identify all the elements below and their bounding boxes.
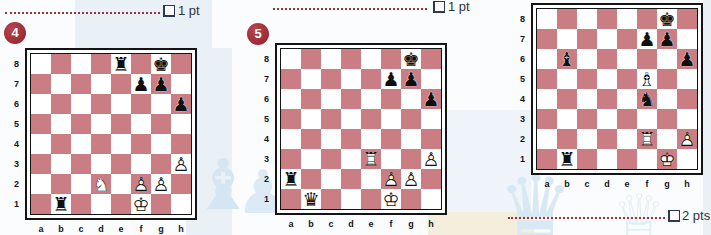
white-rook-piece: ♜♖ [637, 129, 657, 149]
square-f6 [637, 49, 657, 69]
square-b5 [301, 109, 321, 129]
board-frame: ♚♟♟♟♜♖♟♙♜♟♙♟♙♛♚♔ [275, 43, 447, 215]
board-grid: ♚♟♟♝♟♝♗♞♜♖♟♙♜♚♔ [536, 8, 698, 170]
points-checkbox [163, 5, 175, 17]
square-c8 [577, 9, 597, 29]
square-b8 [301, 49, 321, 69]
rank-labels: 87654321 [257, 49, 275, 209]
square-g7: ♟ [657, 29, 677, 49]
piece-outline: ♙ [381, 169, 401, 189]
square-b3 [51, 154, 71, 174]
rank-label-8: 8 [7, 54, 25, 74]
square-h7 [421, 69, 441, 89]
square-a8 [31, 54, 51, 74]
square-e5 [361, 109, 381, 129]
square-e1 [617, 149, 637, 169]
square-a4 [31, 134, 51, 154]
rank-label-6: 6 [257, 89, 275, 109]
square-e7 [361, 69, 381, 89]
square-h3: ♟♙ [171, 154, 191, 174]
square-e5 [111, 114, 131, 134]
white-pawn-piece: ♟♙ [401, 169, 421, 189]
square-g7: ♟ [401, 69, 421, 89]
square-d5 [597, 69, 617, 89]
points-label: 2 pts [682, 208, 710, 223]
rank-label-4: 4 [7, 134, 25, 154]
square-f2: ♟♙ [131, 174, 151, 194]
points-checkbox [668, 210, 680, 222]
square-e8 [617, 9, 637, 29]
square-f5 [381, 109, 401, 129]
square-e6 [617, 49, 637, 69]
square-h1 [171, 194, 191, 214]
rank-label-1: 1 [7, 194, 25, 214]
white-pawn-piece: ♟♙ [151, 174, 171, 194]
square-d8 [597, 9, 617, 29]
square-c3 [321, 149, 341, 169]
rank-label-8: 8 [513, 9, 531, 29]
white-king-piece: ♚♔ [657, 149, 677, 169]
black-king-piece: ♚ [401, 49, 421, 69]
square-a7 [31, 74, 51, 94]
file-label-d: d [91, 224, 111, 234]
square-a8 [537, 9, 557, 29]
piece-outline: ♖ [361, 149, 381, 169]
file-label-h: h [171, 224, 191, 234]
square-e1 [111, 194, 131, 214]
square-g4 [657, 89, 677, 109]
square-a6 [31, 94, 51, 114]
black-rook-piece: ♜ [51, 194, 71, 214]
square-g8: ♚ [151, 54, 171, 74]
square-g6 [151, 94, 171, 114]
rank-label-8: 8 [257, 49, 275, 69]
white-pawn-piece: ♟♙ [381, 169, 401, 189]
square-d1 [91, 194, 111, 214]
square-c1 [321, 189, 341, 209]
square-b5 [557, 69, 577, 89]
square-b7 [557, 29, 577, 49]
square-f1: ♚♔ [381, 189, 401, 209]
square-b4 [301, 129, 321, 149]
square-d1 [341, 189, 361, 209]
square-h2 [421, 169, 441, 189]
white-king-piece: ♚♔ [381, 189, 401, 209]
piece-outline: ♙ [421, 149, 441, 169]
file-label-e: e [617, 179, 637, 189]
square-h4 [421, 129, 441, 149]
file-labels: abcdefgh [31, 224, 191, 234]
square-b4 [557, 89, 577, 109]
board-grid: ♚♟♟♟♜♖♟♙♜♟♙♟♙♛♚♔ [280, 48, 442, 210]
rank-label-4: 4 [513, 89, 531, 109]
square-g3 [657, 109, 677, 129]
square-d2 [341, 169, 361, 189]
rank-label-1: 1 [257, 189, 275, 209]
square-d6 [91, 94, 111, 114]
rank-label-5: 5 [513, 69, 531, 89]
square-h1 [421, 189, 441, 209]
file-label-g: g [657, 179, 677, 189]
square-a5 [31, 114, 51, 134]
dotted-answer-line [273, 8, 427, 10]
piece-outline: ♙ [677, 129, 697, 149]
square-c3 [71, 154, 91, 174]
square-d7 [91, 74, 111, 94]
square-a5 [537, 69, 557, 89]
file-label-b: b [51, 224, 71, 234]
square-e2 [617, 129, 637, 149]
piece-outline: ♗ [637, 69, 657, 89]
square-g2: ♟♙ [151, 174, 171, 194]
square-c8 [71, 54, 91, 74]
square-d5 [91, 114, 111, 134]
file-label-f: f [637, 179, 657, 189]
board-grid: ♜♚♟♟♟♟♙♞♘♟♙♟♙♜♚♔ [30, 53, 192, 215]
square-b6 [301, 89, 321, 109]
square-g1 [401, 189, 421, 209]
square-c4 [577, 89, 597, 109]
black-pawn-piece: ♟ [677, 49, 697, 69]
black-pawn-piece: ♟ [151, 74, 171, 94]
square-b6 [51, 94, 71, 114]
square-h7 [677, 29, 697, 49]
rank-label-4: 4 [257, 129, 275, 149]
square-e8: ♜ [111, 54, 131, 74]
square-g2 [657, 129, 677, 149]
square-c7 [71, 74, 91, 94]
square-h3 [677, 109, 697, 129]
square-g5 [401, 109, 421, 129]
square-c2 [321, 169, 341, 189]
white-knight-piece: ♞♘ [91, 174, 111, 194]
square-f1: ♚♔ [131, 194, 151, 214]
file-label-a: a [281, 219, 301, 229]
square-c1 [577, 149, 597, 169]
square-h8 [171, 54, 191, 74]
square-f8 [381, 49, 401, 69]
square-a1 [281, 189, 301, 209]
square-e2 [111, 174, 131, 194]
square-f2: ♟♙ [381, 169, 401, 189]
file-label-h: h [421, 219, 441, 229]
square-h6: ♟ [677, 49, 697, 69]
black-rook-piece: ♜ [557, 149, 577, 169]
piece-outline: ♙ [401, 169, 421, 189]
square-b5 [51, 114, 71, 134]
rank-label-2: 2 [7, 174, 25, 194]
rank-label-7: 7 [513, 29, 531, 49]
square-f7: ♟ [381, 69, 401, 89]
square-g5 [657, 69, 677, 89]
square-f7: ♟ [131, 74, 151, 94]
file-label-g: g [151, 224, 171, 234]
black-knight-piece: ♞ [637, 89, 657, 109]
file-label-g: g [401, 219, 421, 229]
black-rook-piece: ♜ [111, 54, 131, 74]
black-king-piece: ♚ [151, 54, 171, 74]
square-f5: ♝♗ [637, 69, 657, 89]
file-label-f: f [131, 224, 151, 234]
board-frame: ♜♚♟♟♟♟♙♞♘♟♙♟♙♜♚♔ [25, 48, 197, 220]
points-label: 1 pt [448, 0, 470, 14]
square-f5 [131, 114, 151, 134]
black-pawn-piece: ♟ [171, 94, 191, 114]
file-label-b: b [301, 219, 321, 229]
black-bishop-piece: ♝ [557, 49, 577, 69]
square-e8 [361, 49, 381, 69]
square-e5 [617, 69, 637, 89]
file-label-c: c [71, 224, 91, 234]
file-label-e: e [361, 219, 381, 229]
dotted-answer-line [5, 12, 160, 14]
square-h2: ♟♙ [677, 129, 697, 149]
square-f8 [131, 54, 151, 74]
square-c6 [71, 94, 91, 114]
square-h8 [421, 49, 441, 69]
square-a1 [537, 149, 557, 169]
square-b7 [51, 74, 71, 94]
square-g3 [151, 154, 171, 174]
square-a8 [281, 49, 301, 69]
square-h5 [421, 109, 441, 129]
square-g1: ♚♔ [657, 149, 677, 169]
square-b2 [51, 174, 71, 194]
square-c4 [321, 129, 341, 149]
white-rook-piece: ♜♖ [361, 149, 381, 169]
square-c4 [71, 134, 91, 154]
square-b6: ♝ [557, 49, 577, 69]
square-b1: ♛ [301, 189, 321, 209]
black-pawn-piece: ♟ [657, 29, 677, 49]
square-g7: ♟ [151, 74, 171, 94]
square-a3 [537, 109, 557, 129]
black-pawn-piece: ♟ [421, 89, 441, 109]
chessboard-puzzle-5: 87654321 ♚♟♟♟♜♖♟♙♜♟♙♟♙♛♚♔ abcdefgh [257, 43, 453, 235]
square-h5 [677, 69, 697, 89]
black-pawn-piece: ♟ [131, 74, 151, 94]
file-labels: abcdefgh [537, 179, 697, 189]
file-label-a: a [537, 179, 557, 189]
square-c2 [577, 129, 597, 149]
square-g4 [401, 129, 421, 149]
square-b2 [557, 129, 577, 149]
puzzle-number-badge: 5 [247, 23, 269, 45]
square-a3 [31, 154, 51, 174]
square-h4 [677, 89, 697, 109]
rank-label-3: 3 [7, 154, 25, 174]
square-d4 [341, 129, 361, 149]
square-f3 [637, 109, 657, 129]
file-label-d: d [341, 219, 361, 229]
file-label-e: e [111, 224, 131, 234]
square-d8 [91, 54, 111, 74]
square-c6 [321, 89, 341, 109]
square-h4 [171, 134, 191, 154]
square-h3: ♟♙ [421, 149, 441, 169]
square-f3 [131, 154, 151, 174]
chessboard-puzzle-6: 87654321 ♚♟♟♝♟♝♗♞♜♖♟♙♜♚♔ abcdefgh [513, 3, 709, 195]
square-d4 [91, 134, 111, 154]
square-d7 [341, 69, 361, 89]
square-f4 [381, 129, 401, 149]
square-d3 [91, 154, 111, 174]
square-e7 [617, 29, 637, 49]
square-e3 [617, 109, 637, 129]
square-c7 [321, 69, 341, 89]
square-b8 [51, 54, 71, 74]
square-d8 [341, 49, 361, 69]
square-e3 [111, 154, 131, 174]
black-queen-piece: ♛ [301, 189, 321, 209]
square-h6: ♟ [421, 89, 441, 109]
square-b1: ♜ [557, 149, 577, 169]
square-f8 [637, 9, 657, 29]
square-h6: ♟ [171, 94, 191, 114]
square-f4 [131, 134, 151, 154]
white-bishop-piece: ♝♗ [637, 69, 657, 89]
square-g4 [151, 134, 171, 154]
points-checkbox [433, 1, 445, 13]
worksheet-page: ♝ ♟ ♛ ♕ 1 pt 4 87654321 ♜♚♟♟♟♟♙♞♘♟♙♟♙♜♚♔… [0, 0, 711, 235]
square-h5 [171, 114, 191, 134]
white-king-piece: ♚♔ [131, 194, 151, 214]
square-d6 [597, 49, 617, 69]
square-b3 [557, 109, 577, 129]
white-pawn-piece: ♟♙ [171, 154, 191, 174]
square-e2 [361, 169, 381, 189]
square-f4: ♞ [637, 89, 657, 109]
square-a2 [537, 129, 557, 149]
piece-outline: ♔ [131, 194, 151, 214]
square-a4 [537, 89, 557, 109]
square-c3 [577, 109, 597, 129]
square-e7 [111, 74, 131, 94]
square-d3 [341, 149, 361, 169]
file-label-c: c [577, 179, 597, 189]
square-e6 [361, 89, 381, 109]
square-a7 [281, 69, 301, 89]
square-g1 [151, 194, 171, 214]
dotted-answer-line [508, 217, 665, 219]
piece-outline: ♘ [91, 174, 111, 194]
square-e3: ♜♖ [361, 149, 381, 169]
square-c5 [71, 114, 91, 134]
square-a7 [537, 29, 557, 49]
white-pawn-piece: ♟♙ [677, 129, 697, 149]
square-f7: ♟ [637, 29, 657, 49]
rank-label-6: 6 [7, 94, 25, 114]
square-e4 [361, 129, 381, 149]
square-b7 [301, 69, 321, 89]
piece-outline: ♙ [131, 174, 151, 194]
rank-label-7: 7 [257, 69, 275, 89]
rank-label-1: 1 [513, 149, 531, 169]
square-f1 [637, 149, 657, 169]
square-f2: ♜♖ [637, 129, 657, 149]
file-labels: abcdefgh [281, 219, 441, 229]
square-b4 [51, 134, 71, 154]
square-f3 [381, 149, 401, 169]
square-d7 [597, 29, 617, 49]
square-g8: ♚ [657, 9, 677, 29]
black-rook-piece: ♜ [281, 169, 301, 189]
square-e6 [111, 94, 131, 114]
square-h2 [171, 174, 191, 194]
square-h7 [171, 74, 191, 94]
square-e4 [617, 89, 637, 109]
square-a3 [281, 149, 301, 169]
square-f6 [381, 89, 401, 109]
square-d4 [597, 89, 617, 109]
square-e4 [111, 134, 131, 154]
square-d2 [597, 129, 617, 149]
square-h1 [677, 149, 697, 169]
puzzle-number-badge: 4 [4, 22, 26, 44]
board-frame: ♚♟♟♝♟♝♗♞♜♖♟♙♜♚♔ [531, 3, 703, 175]
file-label-h: h [677, 179, 697, 189]
piece-outline: ♖ [637, 129, 657, 149]
square-g8: ♚ [401, 49, 421, 69]
square-a5 [281, 109, 301, 129]
rank-label-5: 5 [7, 114, 25, 134]
square-c1 [71, 194, 91, 214]
square-b2 [301, 169, 321, 189]
square-b1: ♜ [51, 194, 71, 214]
square-c7 [577, 29, 597, 49]
file-label-a: a [31, 224, 51, 234]
chessboard-puzzle-4: 87654321 ♜♚♟♟♟♟♙♞♘♟♙♟♙♜♚♔ abcdefgh [7, 48, 203, 235]
square-c8 [321, 49, 341, 69]
file-label-b: b [557, 179, 577, 189]
file-label-c: c [321, 219, 341, 229]
square-d5 [341, 109, 361, 129]
square-b3 [301, 149, 321, 169]
square-c6 [577, 49, 597, 69]
file-label-d: d [597, 179, 617, 189]
square-a6 [537, 49, 557, 69]
square-g6 [657, 49, 677, 69]
piece-outline: ♔ [657, 149, 677, 169]
square-a1 [31, 194, 51, 214]
rank-label-3: 3 [257, 149, 275, 169]
square-c5 [321, 109, 341, 129]
square-g3 [401, 149, 421, 169]
square-g2: ♟♙ [401, 169, 421, 189]
square-d3 [597, 109, 617, 129]
file-label-f: f [381, 219, 401, 229]
rank-labels: 87654321 [7, 54, 25, 214]
black-pawn-piece: ♟ [381, 69, 401, 89]
black-pawn-piece: ♟ [637, 29, 657, 49]
piece-outline: ♙ [151, 174, 171, 194]
rank-label-3: 3 [513, 109, 531, 129]
square-h8 [677, 9, 697, 29]
black-king-piece: ♚ [657, 9, 677, 29]
square-a2: ♜ [281, 169, 301, 189]
square-g5 [151, 114, 171, 134]
square-a2 [31, 174, 51, 194]
points-label: 1 pt [178, 3, 200, 18]
white-pawn-piece: ♟♙ [131, 174, 151, 194]
piece-outline: ♔ [381, 189, 401, 209]
rank-label-2: 2 [513, 129, 531, 149]
piece-outline: ♙ [171, 154, 191, 174]
rank-label-5: 5 [257, 109, 275, 129]
square-b8 [557, 9, 577, 29]
square-f6 [131, 94, 151, 114]
square-e1 [361, 189, 381, 209]
